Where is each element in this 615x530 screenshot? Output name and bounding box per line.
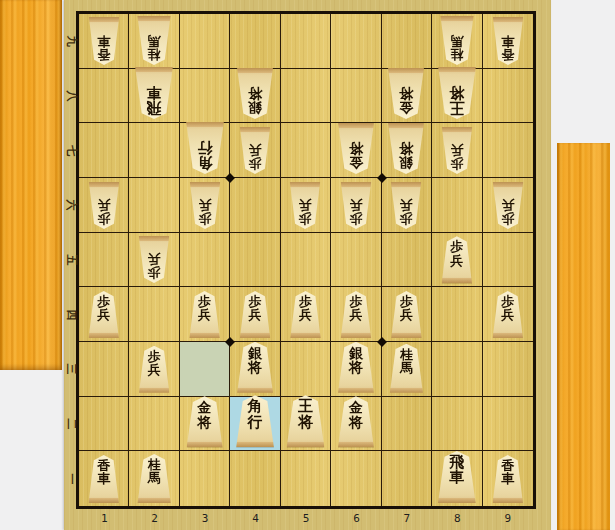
board-square[interactable] [483,233,533,288]
piece-pawn[interactable]: 歩兵 [491,182,524,229]
board-square[interactable] [382,451,432,506]
rank-label: 三 [64,363,78,376]
board-square[interactable] [281,233,331,288]
board-square[interactable]: 歩兵 [180,178,230,233]
board-square[interactable] [281,123,331,178]
piece-kanji: 将 [399,87,413,101]
piece-kanji: 兵 [148,253,161,266]
rank-label: 八 [64,89,78,102]
piece-gold[interactable]: 金将 [387,68,426,119]
piece-kanji: 兵 [349,198,362,211]
file-label: 7 [400,512,414,525]
piece-kanji: 金 [198,400,212,414]
piece-lance[interactable]: 香車 [491,455,524,503]
board-square[interactable] [483,342,533,397]
board-square[interactable]: 歩兵 [129,342,179,397]
piece-kanji: 兵 [97,308,110,321]
file-label: 8 [450,512,464,525]
piece-bishop[interactable]: 角行 [235,395,276,447]
file-label: 2 [148,512,162,525]
piece-rook[interactable]: 飛車 [436,451,477,503]
board-square[interactable] [180,233,230,288]
board-square[interactable]: 金将 [382,69,432,124]
piece-kanji: 兵 [198,308,211,321]
piece-kanji: 兵 [198,198,211,211]
piece-kanji: 車 [501,472,514,485]
board-square[interactable]: 桂馬 [129,14,179,69]
piece-kanji: 将 [349,360,363,374]
board-square[interactable] [180,69,230,124]
piece-bishop[interactable]: 角行 [184,122,225,174]
piece-gold[interactable]: 金将 [336,396,375,447]
piece-knight[interactable]: 桂馬 [439,16,475,65]
piece-kanji: 馬 [148,34,161,47]
piece-kanji: 行 [248,415,263,430]
board-square[interactable] [432,397,482,452]
piece-kanji: 桂 [148,47,161,60]
board-square[interactable]: 歩兵 [331,178,381,233]
piece-pawn[interactable]: 歩兵 [87,182,120,229]
board-square[interactable]: 歩兵 [180,287,230,342]
side-panel-right [557,143,610,530]
rank-label: 一 [64,472,78,485]
piece-kanji: 兵 [299,308,312,321]
piece-pawn[interactable]: 歩兵 [239,127,272,174]
piece-kanji: 歩 [400,211,413,224]
board-square[interactable] [432,287,482,342]
piece-kanji: 将 [298,415,313,430]
board-square[interactable]: 歩兵 [331,287,381,342]
board-square[interactable]: 歩兵 [129,233,179,288]
piece-gold[interactable]: 金将 [185,396,224,447]
board-square[interactable] [281,69,331,124]
piece-kanji: 車 [147,85,162,100]
piece-kanji: 兵 [349,308,362,321]
piece-kanji: 兵 [148,363,161,376]
piece-kanji: 香 [97,47,110,60]
piece-kanji: 歩 [148,350,161,363]
board-square[interactable]: 桂馬 [432,14,482,69]
board-square[interactable] [79,233,129,288]
board-square[interactable] [432,342,482,397]
piece-kanji: 兵 [97,198,110,211]
piece-kanji: 桂 [450,47,463,60]
piece-kanji: 角 [197,155,212,170]
board-square[interactable]: 桂馬 [382,342,432,397]
board-square[interactable]: 王将 [281,397,331,452]
piece-pawn[interactable]: 歩兵 [390,182,423,229]
board-square[interactable] [382,397,432,452]
piece-silver[interactable]: 銀将 [236,342,275,393]
piece-kanji: 将 [248,360,262,374]
piece-kanji: 歩 [349,295,362,308]
piece-pawn[interactable]: 歩兵 [390,291,423,338]
piece-kanji: 歩 [299,211,312,224]
side-panel-left [0,0,62,370]
piece-kanji: 歩 [400,295,413,308]
board-square[interactable]: 金将 [331,123,381,178]
file-label: 5 [299,512,313,525]
board-square[interactable] [483,69,533,124]
piece-kanji: 歩 [501,295,514,308]
piece-kanji: 馬 [450,34,463,47]
piece-pawn[interactable]: 歩兵 [87,291,120,338]
piece-kanji: 将 [399,141,413,155]
board-square[interactable]: 歩兵 [281,178,331,233]
board-square[interactable] [331,451,381,506]
board-square[interactable] [129,287,179,342]
board-square[interactable]: 歩兵 [432,123,482,178]
board-square[interactable] [230,233,280,288]
rank-label: 四 [64,308,78,321]
piece-kanji: 銀 [248,101,262,115]
piece-kanji: 将 [248,87,262,101]
board-square[interactable] [180,451,230,506]
piece-kanji: 歩 [249,295,262,308]
piece-kanji: 飛 [147,100,162,115]
piece-kanji: 車 [97,34,110,47]
board-square[interactable] [483,123,533,178]
piece-kanji: 桂 [400,348,413,361]
board-square[interactable]: 香車 [483,14,533,69]
piece-kanji: 歩 [148,266,161,279]
board-square[interactable] [79,397,129,452]
piece-kanji: 歩 [450,240,463,253]
rank-label: 九 [64,35,78,48]
board-square[interactable]: 角行 [180,123,230,178]
piece-kanji: 兵 [501,198,514,211]
piece-pawn[interactable]: 歩兵 [339,291,372,338]
board-square[interactable]: 歩兵 [230,123,280,178]
board-square[interactable]: 銀将 [230,69,280,124]
piece-kanji: 兵 [249,308,262,321]
piece-rook[interactable]: 飛車 [134,67,175,119]
piece-lance[interactable]: 香車 [87,455,120,503]
board-square[interactable]: 歩兵 [281,287,331,342]
piece-pawn[interactable]: 歩兵 [138,346,171,393]
piece-silver[interactable]: 銀将 [236,68,275,119]
piece-kanji: 金 [349,156,363,170]
board-square[interactable] [79,123,129,178]
board-square[interactable] [129,178,179,233]
board-square[interactable] [79,69,129,124]
board-grid: 香車桂馬桂馬香車飛車銀将金将王将角行歩兵金将銀将歩兵歩兵歩兵歩兵歩兵歩兵歩兵歩兵… [79,14,533,506]
piece-kanji: 銀 [248,346,262,360]
piece-kanji: 将 [349,415,363,429]
board-square[interactable]: 歩兵 [79,287,129,342]
file-label: 1 [97,512,111,525]
piece-kanji: 香 [97,459,110,472]
piece-pawn[interactable]: 歩兵 [188,291,221,338]
piece-kanji: 兵 [501,308,514,321]
piece-kanji: 歩 [450,157,463,170]
piece-pawn[interactable]: 歩兵 [289,182,322,229]
board-square[interactable]: 角行 [230,397,280,452]
board-square[interactable]: 歩兵 [382,178,432,233]
board-square[interactable]: 歩兵 [432,233,482,288]
piece-lance[interactable]: 香車 [87,17,120,65]
piece-kanji: 歩 [299,295,312,308]
piece-knight[interactable]: 桂馬 [388,344,424,393]
board-square[interactable]: 銀将 [230,342,280,397]
shogi-app: 香車桂馬桂馬香車飛車銀将金将王将角行歩兵金将銀将歩兵歩兵歩兵歩兵歩兵歩兵歩兵歩兵… [0,0,615,530]
board-square[interactable] [129,123,179,178]
board-square[interactable]: 歩兵 [483,178,533,233]
piece-silver[interactable]: 銀将 [336,342,375,393]
piece-kanji: 兵 [249,144,262,157]
piece-kanji: 銀 [399,156,413,170]
piece-kanji: 車 [501,34,514,47]
board-square[interactable]: 歩兵 [483,287,533,342]
file-label: 9 [501,512,515,525]
piece-kanji: 香 [501,47,514,60]
piece-pawn[interactable]: 歩兵 [339,182,372,229]
piece-kanji: 香 [501,459,514,472]
board-square[interactable]: 金将 [331,397,381,452]
shogi-board: 香車桂馬桂馬香車飛車銀将金将王将角行歩兵金将銀将歩兵歩兵歩兵歩兵歩兵歩兵歩兵歩兵… [64,0,551,530]
piece-pawn[interactable]: 歩兵 [491,291,524,338]
piece-kanji: 兵 [299,198,312,211]
rank-label: 二 [64,417,78,430]
board-square[interactable]: 香車 [79,14,129,69]
board-square[interactable] [281,451,331,506]
rank-label: 六 [64,199,78,212]
piece-kanji: 王 [449,100,464,115]
board-square[interactable]: 銀将 [331,342,381,397]
piece-pawn[interactable]: 歩兵 [188,182,221,229]
piece-pawn[interactable]: 歩兵 [289,291,322,338]
board-square[interactable] [281,14,331,69]
board-square[interactable]: 歩兵 [230,287,280,342]
piece-kanji: 兵 [450,144,463,157]
piece-kanji: 桂 [148,458,161,471]
board-square[interactable] [331,14,381,69]
file-label: 4 [249,512,263,525]
board-square[interactable]: 香車 [79,451,129,506]
piece-kanji: 歩 [198,211,211,224]
piece-pawn[interactable]: 歩兵 [138,236,171,283]
piece-kanji: 歩 [501,211,514,224]
file-label: 6 [349,512,363,525]
board-square[interactable] [432,178,482,233]
piece-kanji: 将 [449,85,464,100]
file-label: 3 [198,512,212,525]
board-square[interactable] [129,397,179,452]
piece-pawn[interactable]: 歩兵 [440,236,473,283]
board-square[interactable] [79,342,129,397]
piece-kanji: 歩 [97,295,110,308]
board-square[interactable]: 飛車 [432,451,482,506]
board-grid-area: 香車桂馬桂馬香車飛車銀将金将王将角行歩兵金将銀将歩兵歩兵歩兵歩兵歩兵歩兵歩兵歩兵… [76,11,536,509]
board-square[interactable]: 王将 [432,69,482,124]
board-square[interactable] [230,451,280,506]
piece-kanji: 行 [197,139,212,154]
board-square[interactable] [483,397,533,452]
piece-kanji: 兵 [400,308,413,321]
board-square[interactable]: 金将 [180,397,230,452]
board-square[interactable] [180,14,230,69]
board-square[interactable] [331,233,381,288]
board-square[interactable]: 歩兵 [79,178,129,233]
piece-pawn[interactable]: 歩兵 [440,127,473,174]
piece-kanji: 車 [449,470,464,485]
piece-knight[interactable]: 桂馬 [136,16,172,65]
board-square[interactable] [382,14,432,69]
piece-knight[interactable]: 桂馬 [136,454,172,503]
piece-kanji: 兵 [400,198,413,211]
piece-kanji: 馬 [148,471,161,484]
piece-kanji: 金 [349,400,363,414]
board-square[interactable] [382,233,432,288]
piece-lance[interactable]: 香車 [491,17,524,65]
piece-kanji: 金 [399,101,413,115]
board-square[interactable] [331,69,381,124]
board-square[interactable]: 香車 [483,451,533,506]
piece-kanji: 車 [97,472,110,485]
piece-kanji: 銀 [349,346,363,360]
piece-king[interactable]: 王将 [285,395,326,447]
piece-kanji: 兵 [450,254,463,267]
board-square[interactable] [281,342,331,397]
board-square[interactable] [230,178,280,233]
board-square[interactable]: 銀将 [382,123,432,178]
board-square[interactable]: 歩兵 [382,287,432,342]
board-square[interactable] [230,14,280,69]
piece-kanji: 歩 [198,295,211,308]
rank-label: 七 [64,144,78,157]
board-square[interactable]: 桂馬 [129,451,179,506]
board-square[interactable]: 飛車 [129,69,179,124]
piece-kanji: 馬 [400,361,413,374]
piece-kanji: 歩 [249,157,262,170]
piece-kanji: 歩 [349,211,362,224]
piece-king[interactable]: 王将 [436,67,477,119]
rank-label: 五 [64,253,78,266]
piece-pawn[interactable]: 歩兵 [239,291,272,338]
board-square[interactable] [180,342,230,397]
piece-kanji: 将 [349,141,363,155]
piece-kanji: 将 [198,415,212,429]
piece-gold[interactable]: 金将 [336,123,375,174]
piece-silver[interactable]: 銀将 [387,123,426,174]
piece-kanji: 歩 [97,211,110,224]
